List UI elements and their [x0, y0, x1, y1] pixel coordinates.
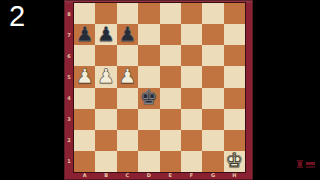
square-a4[interactable]	[74, 88, 95, 109]
rank-label-3: 3	[64, 109, 74, 130]
square-b5[interactable]: ♟	[95, 66, 116, 87]
square-d1[interactable]	[138, 151, 159, 172]
square-h4[interactable]	[224, 88, 245, 109]
square-g8[interactable]	[202, 3, 223, 24]
rank-label-8: 8	[64, 3, 74, 24]
square-h3[interactable]	[224, 109, 245, 130]
white-pawn[interactable]: ♟	[118, 66, 136, 86]
square-c4[interactable]	[117, 88, 138, 109]
rank-label-4: 4	[64, 88, 74, 109]
square-a3[interactable]	[74, 109, 95, 130]
black-pawn[interactable]: ♟	[97, 24, 115, 44]
square-c1[interactable]	[117, 151, 138, 172]
square-a5[interactable]: ♟	[74, 66, 95, 87]
file-labels: ABCDEFGH	[74, 171, 245, 180]
file-label-h: H	[224, 171, 245, 180]
square-h5[interactable]	[224, 66, 245, 87]
file-label-g: G	[202, 171, 223, 180]
file-label-c: C	[117, 171, 138, 180]
square-f6[interactable]	[181, 45, 202, 66]
rank-label-7: 7	[64, 24, 74, 45]
square-g3[interactable]	[202, 109, 223, 130]
slide-number: 2	[9, 1, 25, 31]
square-d3[interactable]	[138, 109, 159, 130]
square-b4[interactable]	[95, 88, 116, 109]
black-pawn[interactable]: ♟	[118, 24, 136, 44]
rank-label-2: 2	[64, 130, 74, 151]
file-label-b: B	[95, 171, 116, 180]
square-e4[interactable]	[160, 88, 181, 109]
square-f8[interactable]	[181, 3, 202, 24]
white-king[interactable]: ♚	[225, 150, 243, 170]
square-d8[interactable]	[138, 3, 159, 24]
square-d6[interactable]	[138, 45, 159, 66]
square-e1[interactable]	[160, 151, 181, 172]
chess-board: 87654321 ♟♟♟♟♟♟♚♚ ABCDEFGH	[64, 0, 253, 180]
video-frame: 2 87654321 ♟♟♟♟♟♟♚♚ ABCDEFGH ♜	[0, 0, 320, 180]
square-e7[interactable]	[160, 24, 181, 45]
watermark-text-lines	[306, 162, 315, 168]
square-b7[interactable]: ♟	[95, 24, 116, 45]
square-e3[interactable]	[160, 109, 181, 130]
file-label-e: E	[160, 171, 181, 180]
square-g4[interactable]	[202, 88, 223, 109]
square-d4[interactable]: ♚	[138, 88, 159, 109]
square-g6[interactable]	[202, 45, 223, 66]
square-e2[interactable]	[160, 130, 181, 151]
black-king[interactable]: ♚	[140, 87, 158, 107]
watermark-text-line	[306, 162, 315, 165]
square-f5[interactable]	[181, 66, 202, 87]
black-pawn[interactable]: ♟	[76, 24, 94, 44]
square-h7[interactable]	[224, 24, 245, 45]
square-f3[interactable]	[181, 109, 202, 130]
square-f1[interactable]	[181, 151, 202, 172]
square-g5[interactable]	[202, 66, 223, 87]
board-grid: ♟♟♟♟♟♟♚♚	[74, 3, 245, 172]
rank-label-5: 5	[64, 66, 74, 87]
watermark-piece-icon: ♜	[295, 159, 305, 170]
square-a7[interactable]: ♟	[74, 24, 95, 45]
square-a2[interactable]	[74, 130, 95, 151]
square-e8[interactable]	[160, 3, 181, 24]
square-f4[interactable]	[181, 88, 202, 109]
square-c3[interactable]	[117, 109, 138, 130]
white-pawn[interactable]: ♟	[97, 66, 115, 86]
square-g1[interactable]	[202, 151, 223, 172]
square-h1[interactable]: ♚	[224, 151, 245, 172]
watermark-logo: ♜	[295, 156, 313, 173]
square-f2[interactable]	[181, 130, 202, 151]
square-h8[interactable]	[224, 3, 245, 24]
square-b2[interactable]	[95, 130, 116, 151]
square-c5[interactable]: ♟	[117, 66, 138, 87]
square-e6[interactable]	[160, 45, 181, 66]
square-d2[interactable]	[138, 130, 159, 151]
file-label-a: A	[74, 171, 95, 180]
file-label-d: D	[138, 171, 159, 180]
square-a1[interactable]	[74, 151, 95, 172]
white-pawn[interactable]: ♟	[76, 66, 94, 86]
file-label-f: F	[181, 171, 202, 180]
square-h6[interactable]	[224, 45, 245, 66]
rank-label-6: 6	[64, 45, 74, 66]
square-f7[interactable]	[181, 24, 202, 45]
square-c7[interactable]: ♟	[117, 24, 138, 45]
rank-labels: 87654321	[64, 3, 74, 172]
square-d7[interactable]	[138, 24, 159, 45]
square-g7[interactable]	[202, 24, 223, 45]
rank-label-1: 1	[64, 151, 74, 172]
square-b1[interactable]	[95, 151, 116, 172]
square-g2[interactable]	[202, 130, 223, 151]
square-c2[interactable]	[117, 130, 138, 151]
square-b3[interactable]	[95, 109, 116, 130]
watermark-text-line	[306, 166, 315, 168]
square-e5[interactable]	[160, 66, 181, 87]
